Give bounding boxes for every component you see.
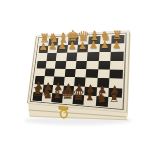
board-square [84, 95, 96, 105]
board-square [99, 52, 111, 61]
board-square [86, 69, 98, 78]
board-square [109, 70, 122, 79]
chess-board [28, 31, 129, 112]
board-square [88, 44, 100, 53]
board-square [97, 69, 110, 78]
board-square [108, 97, 121, 108]
board-square [110, 61, 123, 70]
board-square [96, 96, 109, 106]
board-square [87, 61, 99, 70]
board-square [77, 44, 88, 52]
board-square [98, 61, 110, 70]
board-square [75, 69, 87, 78]
board-square [111, 43, 124, 52]
board-square [87, 52, 99, 60]
board-square [76, 52, 88, 60]
chess-board-squares [32, 35, 124, 108]
board-square [73, 95, 85, 105]
board-square [76, 61, 88, 69]
chess-set-product-photo: ♜♞♝♚♛♝♞♜♟♟♟♟♟♟♟♟♟♟♟♟♟♟♟♟♜♞♝♚♛♝♞♜ [0, 0, 150, 150]
board-square [99, 44, 111, 53]
board-square [110, 52, 123, 61]
